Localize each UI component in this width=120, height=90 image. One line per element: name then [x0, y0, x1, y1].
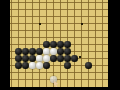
intersection[interactable]	[22, 27, 29, 34]
go-board[interactable]	[10, 0, 108, 87]
intersection[interactable]	[15, 6, 22, 13]
black-stone	[71, 55, 78, 62]
intersection[interactable]	[36, 55, 43, 62]
intersection[interactable]	[99, 62, 106, 69]
intersection[interactable]	[92, 55, 99, 62]
intersection[interactable]	[78, 48, 85, 55]
intersection[interactable]	[99, 69, 106, 76]
intersection[interactable]	[29, 27, 36, 34]
intersection[interactable]	[15, 27, 22, 34]
intersection[interactable]	[99, 13, 106, 20]
black-stone	[29, 48, 36, 55]
intersection[interactable]	[15, 62, 22, 69]
intersection[interactable]	[22, 34, 29, 41]
intersection[interactable]	[29, 76, 36, 83]
intersection[interactable]	[64, 6, 71, 13]
intersection[interactable]	[71, 34, 78, 41]
intersection[interactable]	[29, 62, 36, 69]
intersection[interactable]	[57, 20, 64, 27]
white-stone	[36, 62, 43, 69]
intersection[interactable]	[22, 6, 29, 13]
intersection[interactable]	[92, 20, 99, 27]
black-stone	[29, 55, 36, 62]
intersection[interactable]	[43, 55, 50, 62]
black-stone	[64, 55, 71, 62]
letterbox-bar-left	[0, 0, 10, 90]
intersection[interactable]	[43, 69, 50, 76]
intersection[interactable]	[15, 55, 22, 62]
intersection[interactable]	[71, 41, 78, 48]
intersection[interactable]	[92, 41, 99, 48]
intersection[interactable]	[50, 20, 57, 27]
intersection[interactable]	[43, 13, 50, 20]
intersection[interactable]	[71, 27, 78, 34]
white-stone	[50, 48, 57, 55]
intersection[interactable]	[50, 6, 57, 13]
black-stone	[64, 48, 71, 55]
intersection[interactable]	[50, 13, 57, 20]
intersection[interactable]	[36, 41, 43, 48]
intersection[interactable]	[92, 48, 99, 55]
intersection[interactable]	[71, 13, 78, 20]
intersection[interactable]	[92, 27, 99, 34]
intersection[interactable]	[50, 48, 57, 55]
black-stone	[64, 41, 71, 48]
white-stone	[36, 55, 43, 62]
intersection[interactable]	[85, 69, 92, 76]
intersection[interactable]	[92, 13, 99, 20]
white-stone	[29, 62, 36, 69]
intersection[interactable]	[36, 34, 43, 41]
letterbox-bar-bottom	[0, 87, 120, 90]
intersection[interactable]	[36, 6, 43, 13]
intersection[interactable]	[57, 48, 64, 55]
intersection[interactable]	[78, 76, 85, 83]
intersection[interactable]	[64, 55, 71, 62]
black-stone	[57, 55, 64, 62]
intersection[interactable]	[64, 62, 71, 69]
black-stone	[43, 41, 50, 48]
intersection[interactable]	[57, 62, 64, 69]
black-stone	[22, 55, 29, 62]
black-stone	[57, 48, 64, 55]
intersection[interactable]	[57, 13, 64, 20]
intersection[interactable]	[92, 62, 99, 69]
intersection[interactable]	[64, 41, 71, 48]
intersection[interactable]	[36, 13, 43, 20]
intersection[interactable]	[85, 6, 92, 13]
intersection[interactable]	[57, 34, 64, 41]
intersection[interactable]	[71, 20, 78, 27]
intersection[interactable]	[22, 41, 29, 48]
intersection[interactable]	[22, 76, 29, 83]
intersection[interactable]	[29, 34, 36, 41]
black-stone	[43, 62, 50, 69]
intersection[interactable]	[29, 41, 36, 48]
intersection[interactable]	[99, 27, 106, 34]
intersection[interactable]	[15, 48, 22, 55]
intersection[interactable]	[92, 34, 99, 41]
intersection[interactable]	[85, 55, 92, 62]
black-stone	[15, 62, 22, 69]
marker-dot	[79, 56, 81, 58]
intersection[interactable]	[92, 69, 99, 76]
intersection[interactable]	[22, 20, 29, 27]
intersection[interactable]	[99, 6, 106, 13]
intersection[interactable]	[29, 69, 36, 76]
intersection[interactable]	[43, 34, 50, 41]
intersection[interactable]	[85, 20, 92, 27]
intersection[interactable]	[57, 76, 64, 83]
intersection[interactable]	[50, 41, 57, 48]
intersection[interactable]	[29, 55, 36, 62]
intersection[interactable]	[57, 69, 64, 76]
intersection[interactable]	[43, 41, 50, 48]
intersection[interactable]	[85, 27, 92, 34]
intersection[interactable]	[64, 20, 71, 27]
intersection[interactable]	[85, 48, 92, 55]
intersection[interactable]	[78, 34, 85, 41]
intersection[interactable]	[50, 69, 57, 76]
intersection[interactable]	[99, 76, 106, 83]
intersection[interactable]	[36, 76, 43, 83]
board-grid	[10, 0, 106, 87]
intersection[interactable]	[57, 27, 64, 34]
intersection[interactable]	[78, 13, 85, 20]
intersection[interactable]	[92, 6, 99, 13]
intersection[interactable]	[57, 41, 64, 48]
intersection[interactable]	[71, 6, 78, 13]
intersection[interactable]	[15, 13, 22, 20]
intersection[interactable]	[85, 13, 92, 20]
intersection[interactable]	[43, 76, 50, 83]
intersection[interactable]	[64, 13, 71, 20]
intersection[interactable]	[36, 62, 43, 69]
intersection[interactable]	[15, 34, 22, 41]
intersection[interactable]	[43, 20, 50, 27]
intersection[interactable]	[85, 34, 92, 41]
intersection[interactable]	[78, 69, 85, 76]
intersection[interactable]	[99, 41, 106, 48]
black-stone	[15, 55, 22, 62]
intersection[interactable]	[22, 48, 29, 55]
black-stone	[50, 55, 57, 62]
intersection[interactable]	[15, 69, 22, 76]
black-stone	[57, 41, 64, 48]
intersection[interactable]	[64, 48, 71, 55]
intersection[interactable]	[36, 27, 43, 34]
black-stone	[36, 48, 43, 55]
intersection[interactable]	[50, 27, 57, 34]
intersection[interactable]	[15, 41, 22, 48]
intersection[interactable]	[57, 6, 64, 13]
intersection[interactable]	[50, 55, 57, 62]
letterbox-bar-right	[108, 0, 120, 90]
intersection[interactable]	[43, 6, 50, 13]
black-stone	[22, 48, 29, 55]
intersection[interactable]	[71, 62, 78, 69]
intersection[interactable]	[99, 48, 106, 55]
intersection[interactable]	[92, 76, 99, 83]
intersection[interactable]	[71, 48, 78, 55]
star-point	[39, 23, 41, 25]
intersection[interactable]	[64, 76, 71, 83]
intersection[interactable]	[99, 55, 106, 62]
intersection[interactable]	[15, 20, 22, 27]
intersection[interactable]	[22, 55, 29, 62]
black-stone	[15, 48, 22, 55]
intersection[interactable]	[43, 62, 50, 69]
intersection[interactable]	[85, 76, 92, 83]
intersection[interactable]	[64, 27, 71, 34]
intersection[interactable]	[85, 41, 92, 48]
intersection[interactable]	[78, 41, 85, 48]
intersection[interactable]	[78, 62, 85, 69]
intersection[interactable]	[50, 34, 57, 41]
black-stone	[64, 62, 71, 69]
intersection[interactable]	[29, 6, 36, 13]
intersection[interactable]	[64, 34, 71, 41]
intersection[interactable]	[29, 48, 36, 55]
black-stone	[50, 41, 57, 48]
intersection[interactable]	[78, 6, 85, 13]
intersection[interactable]	[29, 20, 36, 27]
intersection[interactable]	[15, 76, 22, 83]
intersection[interactable]	[71, 55, 78, 62]
intersection[interactable]	[43, 48, 50, 55]
intersection[interactable]	[43, 27, 50, 34]
intersection[interactable]	[57, 55, 64, 62]
intersection[interactable]	[36, 69, 43, 76]
black-stone	[22, 62, 29, 69]
intersection[interactable]	[64, 69, 71, 76]
intersection[interactable]	[50, 62, 57, 69]
intersection[interactable]	[71, 76, 78, 83]
intersection[interactable]	[78, 27, 85, 34]
white-stone	[43, 48, 50, 55]
intersection[interactable]	[22, 69, 29, 76]
intersection[interactable]	[71, 69, 78, 76]
video-frame	[0, 0, 120, 90]
black-stone	[85, 62, 92, 69]
star-point	[81, 23, 83, 25]
intersection[interactable]	[36, 48, 43, 55]
intersection[interactable]	[99, 34, 106, 41]
white-stone	[43, 55, 50, 62]
intersection[interactable]	[29, 13, 36, 20]
intersection[interactable]	[22, 62, 29, 69]
intersection[interactable]	[85, 62, 92, 69]
intersection[interactable]	[22, 13, 29, 20]
intersection[interactable]	[99, 20, 106, 27]
